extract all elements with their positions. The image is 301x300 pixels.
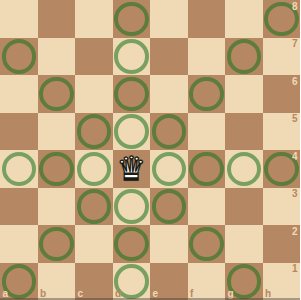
square-e3[interactable] xyxy=(150,188,188,226)
square-b5[interactable] xyxy=(38,113,76,151)
move-dest-ring xyxy=(114,77,149,112)
square-h1[interactable]: h1 xyxy=(263,263,301,300)
move-dest-ring xyxy=(114,2,149,37)
move-dest-ring xyxy=(189,227,224,262)
move-dest-ring xyxy=(227,264,262,299)
square-e2[interactable] xyxy=(150,225,188,263)
move-dest-ring xyxy=(152,152,187,187)
square-b8[interactable] xyxy=(38,0,76,38)
square-a2[interactable] xyxy=(0,225,38,263)
square-a7[interactable] xyxy=(0,38,38,76)
move-dest-ring xyxy=(227,152,262,187)
square-b1[interactable]: b xyxy=(38,263,76,300)
square-c3[interactable] xyxy=(75,188,113,226)
square-b2[interactable] xyxy=(38,225,76,263)
square-g5[interactable] xyxy=(225,113,263,151)
file-label-a: a xyxy=(3,289,9,299)
square-c6[interactable] xyxy=(75,75,113,113)
square-c5[interactable] xyxy=(75,113,113,151)
square-d1[interactable]: d xyxy=(113,263,151,300)
square-f4[interactable] xyxy=(188,150,226,188)
square-f6[interactable] xyxy=(188,75,226,113)
square-g2[interactable] xyxy=(225,225,263,263)
square-e7[interactable] xyxy=(150,38,188,76)
move-dest-ring xyxy=(39,227,74,262)
square-h5[interactable]: 5 xyxy=(263,113,301,151)
rank-label-3: 3 xyxy=(292,189,298,199)
square-c1[interactable]: c xyxy=(75,263,113,300)
square-b6[interactable] xyxy=(38,75,76,113)
move-dest-ring xyxy=(77,189,112,224)
rank-label-8: 8 xyxy=(292,2,298,12)
square-f3[interactable] xyxy=(188,188,226,226)
square-f2[interactable] xyxy=(188,225,226,263)
square-h7[interactable]: 7 xyxy=(263,38,301,76)
square-b7[interactable] xyxy=(38,38,76,76)
square-a6[interactable] xyxy=(0,75,38,113)
file-label-c: c xyxy=(78,289,84,299)
file-label-d: d xyxy=(115,289,121,299)
move-dest-ring xyxy=(152,189,187,224)
square-a4[interactable] xyxy=(0,150,38,188)
move-dest-ring xyxy=(39,152,74,187)
square-e8[interactable] xyxy=(150,0,188,38)
square-d6[interactable] xyxy=(113,75,151,113)
file-label-g: g xyxy=(228,289,234,299)
move-dest-ring xyxy=(264,152,299,187)
square-h4[interactable]: 4 xyxy=(263,150,301,188)
square-a1[interactable]: a xyxy=(0,263,38,300)
rank-label-6: 6 xyxy=(292,77,298,87)
square-h8[interactable]: 8 xyxy=(263,0,301,38)
file-label-e: e xyxy=(153,289,159,299)
square-d7[interactable] xyxy=(113,38,151,76)
square-g8[interactable] xyxy=(225,0,263,38)
rank-label-1: 1 xyxy=(292,264,298,274)
square-g1[interactable]: g xyxy=(225,263,263,300)
move-dest-ring xyxy=(77,114,112,149)
move-dest-ring xyxy=(189,77,224,112)
rank-label-2: 2 xyxy=(292,227,298,237)
square-d8[interactable] xyxy=(113,0,151,38)
move-dest-ring xyxy=(2,39,37,74)
move-dest-ring xyxy=(114,264,149,299)
square-b3[interactable] xyxy=(38,188,76,226)
square-e4[interactable] xyxy=(150,150,188,188)
square-h6[interactable]: 6 xyxy=(263,75,301,113)
square-g6[interactable] xyxy=(225,75,263,113)
square-f5[interactable] xyxy=(188,113,226,151)
square-a5[interactable] xyxy=(0,113,38,151)
move-dest-ring xyxy=(2,264,37,299)
square-g7[interactable] xyxy=(225,38,263,76)
rank-label-5: 5 xyxy=(292,114,298,124)
square-d4[interactable]: ♛ xyxy=(113,150,151,188)
square-c7[interactable] xyxy=(75,38,113,76)
square-c2[interactable] xyxy=(75,225,113,263)
white-queen-piece[interactable]: ♛ xyxy=(113,150,151,188)
move-dest-ring xyxy=(39,77,74,112)
square-d2[interactable] xyxy=(113,225,151,263)
move-dest-ring xyxy=(114,227,149,262)
square-g4[interactable] xyxy=(225,150,263,188)
square-h3[interactable]: 3 xyxy=(263,188,301,226)
rank-label-7: 7 xyxy=(292,39,298,49)
move-dest-ring xyxy=(77,152,112,187)
move-dest-ring xyxy=(114,189,149,224)
square-c8[interactable] xyxy=(75,0,113,38)
move-dest-ring xyxy=(114,39,149,74)
square-d3[interactable] xyxy=(113,188,151,226)
square-e6[interactable] xyxy=(150,75,188,113)
file-label-b: b xyxy=(40,289,46,299)
move-dest-ring xyxy=(114,114,149,149)
square-f8[interactable] xyxy=(188,0,226,38)
move-dest-ring xyxy=(264,2,299,37)
move-dest-ring xyxy=(189,152,224,187)
move-dest-ring xyxy=(2,152,37,187)
file-label-h: h xyxy=(265,289,271,299)
square-g3[interactable] xyxy=(225,188,263,226)
square-e5[interactable] xyxy=(150,113,188,151)
file-label-f: f xyxy=(190,289,193,299)
square-c4[interactable] xyxy=(75,150,113,188)
move-dest-ring xyxy=(227,39,262,74)
square-b4[interactable] xyxy=(38,150,76,188)
square-h2[interactable]: 2 xyxy=(263,225,301,263)
square-e1[interactable]: e xyxy=(150,263,188,300)
square-f7[interactable] xyxy=(188,38,226,76)
square-d5[interactable] xyxy=(113,113,151,151)
chess-board: 8765♛432abcdefgh1 xyxy=(0,0,300,300)
rank-label-4: 4 xyxy=(292,152,298,162)
square-f1[interactable]: f xyxy=(188,263,226,300)
square-a3[interactable] xyxy=(0,188,38,226)
move-dest-ring xyxy=(152,114,187,149)
square-a8[interactable] xyxy=(0,0,38,38)
